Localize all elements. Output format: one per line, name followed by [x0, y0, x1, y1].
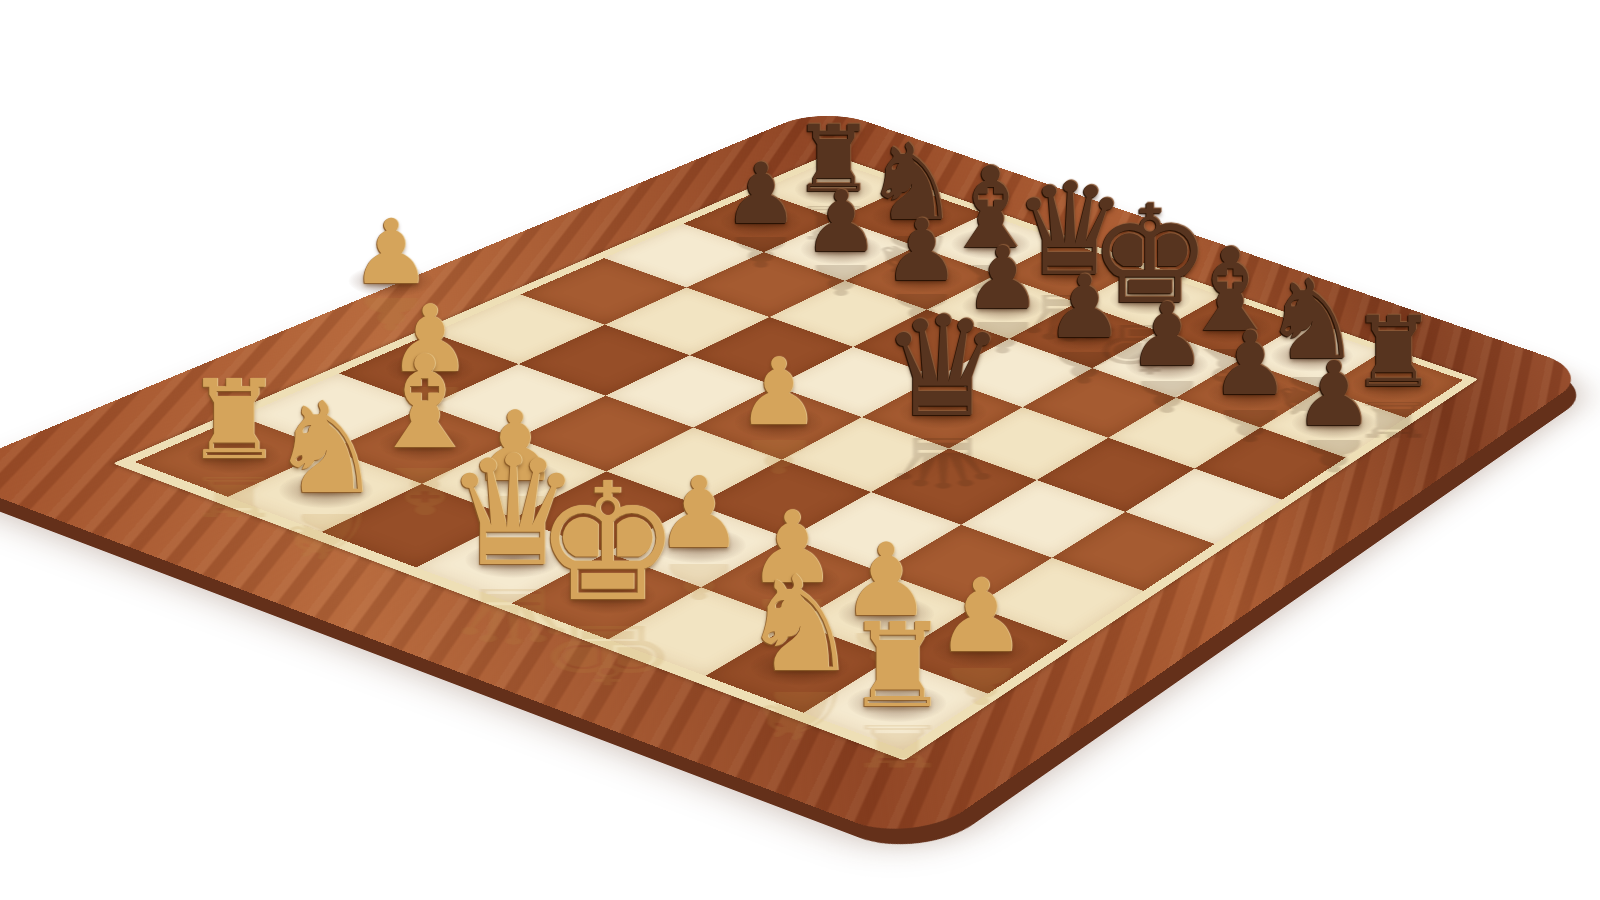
piece-white-rook-h1: ♜ [845, 607, 950, 724]
piece-black-pawn-b7: ♟ [803, 180, 879, 265]
piece-white-pawn-d4: ♟ [737, 346, 820, 439]
piece-black-queen-e5: ♛ [881, 298, 1006, 437]
piece-black-pawn-g7: ♟ [1210, 321, 1289, 409]
piece-black-pawn-e7: ♟ [1046, 263, 1124, 350]
chess-set-photo: ♜♜♞♞♝♝♛♛♚♚♝♝♞♞♜♜♟♟♟♟♟♟♟♟♟♟♟♟♟♟♟♟♛♛♟♟♟♟♝♝… [0, 0, 1600, 900]
piece-black-pawn-a7: ♟ [723, 152, 799, 236]
piece-white-rook-a1: ♜ [185, 366, 283, 476]
piece-white-king-e1: ♚ [535, 462, 681, 624]
piece-black-pawn-h7: ♟ [1294, 349, 1374, 438]
piece-white-knight-b1: ♞ [269, 387, 382, 513]
piece-white-knight-g1: ♞ [740, 558, 859, 690]
piece-black-pawn-f7: ♟ [1128, 292, 1207, 380]
piece-black-pawn-c7: ♟ [883, 207, 960, 293]
